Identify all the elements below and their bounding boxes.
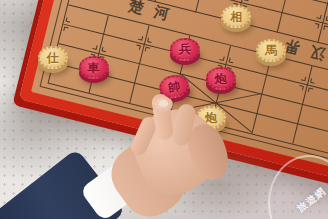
piece-character: 相: [230, 11, 242, 23]
xiangqi-piece-cream[interactable]: 相: [221, 5, 251, 33]
xiangqi-piece-red[interactable]: 車: [79, 56, 109, 84]
piece-character: 帥: [167, 79, 181, 93]
piece-top: 兵: [170, 38, 200, 61]
piece-character: 兵: [179, 43, 191, 55]
piece-character: 馬: [265, 44, 277, 56]
photo-scene: 楚河 汉界 相馬兵炮仕車帥炮 旅遊網: [0, 0, 328, 219]
piece-character: 仕: [47, 52, 59, 64]
piece-top: 仕: [38, 46, 68, 69]
xiangqi-piece-cream[interactable]: 馬: [256, 39, 286, 67]
piece-character: 炮: [215, 73, 227, 85]
xiangqi-piece-red[interactable]: 兵: [170, 38, 200, 66]
xiangqi-piece-cream[interactable]: 仕: [38, 46, 68, 74]
xiangqi-piece-red[interactable]: 炮: [206, 67, 236, 95]
piece-character: 車: [88, 62, 100, 74]
piece-top: 馬: [256, 39, 286, 62]
piece-top: 車: [79, 56, 109, 79]
fingernail: [159, 100, 168, 107]
